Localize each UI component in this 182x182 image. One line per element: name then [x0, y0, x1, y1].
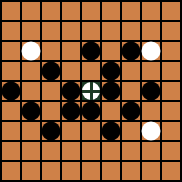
board-cell[interactable] [142, 2, 160, 20]
board-cell[interactable] [102, 122, 120, 140]
board-cell[interactable] [82, 2, 100, 20]
black-stone[interactable] [42, 62, 61, 81]
board-cell[interactable] [62, 42, 80, 60]
board-cell[interactable] [22, 102, 40, 120]
board-cell[interactable] [82, 102, 100, 120]
board-cell[interactable] [42, 162, 60, 180]
black-stone[interactable] [42, 122, 61, 141]
board-cell[interactable] [142, 102, 160, 120]
board-cell[interactable] [162, 122, 180, 140]
board-cell[interactable] [22, 162, 40, 180]
board-cell[interactable] [42, 42, 60, 60]
board-cell[interactable] [42, 102, 60, 120]
board-cell[interactable] [62, 142, 80, 160]
board-cell[interactable] [162, 22, 180, 40]
black-stone[interactable] [102, 62, 121, 81]
board-cell[interactable] [122, 22, 140, 40]
board-cell[interactable] [2, 102, 20, 120]
board-cell[interactable] [122, 62, 140, 80]
board-cell[interactable] [102, 82, 120, 100]
board-cell[interactable] [42, 142, 60, 160]
board-cell[interactable] [42, 2, 60, 20]
board-cell[interactable] [42, 62, 60, 80]
board-cell[interactable] [2, 142, 20, 160]
board-cell[interactable] [82, 42, 100, 60]
board-cell[interactable] [82, 142, 100, 160]
board-cell[interactable] [122, 42, 140, 60]
board-cell[interactable] [162, 62, 180, 80]
board-cell[interactable] [42, 82, 60, 100]
board-cell[interactable] [102, 22, 120, 40]
board-cell[interactable] [22, 122, 40, 140]
black-stone[interactable] [2, 82, 21, 101]
board-cell[interactable] [102, 2, 120, 20]
board-cell[interactable] [2, 22, 20, 40]
board-cell[interactable] [142, 62, 160, 80]
board-cell[interactable] [142, 122, 160, 140]
black-stone[interactable] [82, 42, 101, 61]
board-cell[interactable] [22, 142, 40, 160]
board-cell[interactable] [42, 22, 60, 40]
black-stone[interactable] [102, 82, 121, 101]
board-cell[interactable] [102, 162, 120, 180]
board-cell[interactable] [142, 142, 160, 160]
board-cell[interactable] [62, 62, 80, 80]
board-cell[interactable] [142, 42, 160, 60]
board-cell[interactable] [22, 62, 40, 80]
board-cell[interactable] [102, 102, 120, 120]
board-cell[interactable] [2, 62, 20, 80]
board-cell[interactable] [62, 82, 80, 100]
game-board [0, 0, 182, 182]
board-cell[interactable] [142, 82, 160, 100]
board-cell[interactable] [162, 42, 180, 60]
black-stone[interactable] [62, 102, 81, 121]
board-cell[interactable] [62, 2, 80, 20]
throne-cell[interactable] [82, 82, 100, 100]
board-cell[interactable] [2, 42, 20, 60]
board-cell[interactable] [162, 82, 180, 100]
board-cell[interactable] [2, 2, 20, 20]
board-cell[interactable] [162, 2, 180, 20]
black-stone[interactable] [142, 82, 161, 101]
board-cell[interactable] [142, 22, 160, 40]
black-stone[interactable] [122, 42, 141, 61]
board-cell[interactable] [22, 22, 40, 40]
white-stone[interactable] [142, 122, 161, 141]
board-cell[interactable] [82, 62, 100, 80]
board-cell[interactable] [62, 22, 80, 40]
board-cell[interactable] [42, 122, 60, 140]
board-cell[interactable] [22, 2, 40, 20]
board-cell[interactable] [102, 62, 120, 80]
board-cell[interactable] [122, 142, 140, 160]
board-cell[interactable] [2, 122, 20, 140]
black-stone[interactable] [122, 102, 141, 121]
board-cell[interactable] [82, 122, 100, 140]
white-stone[interactable] [22, 42, 41, 61]
board-cell[interactable] [122, 162, 140, 180]
black-stone[interactable] [82, 102, 101, 121]
board-cell[interactable] [82, 22, 100, 40]
board-cell[interactable] [22, 42, 40, 60]
board-cell[interactable] [2, 82, 20, 100]
board-cell[interactable] [2, 162, 20, 180]
board-cell[interactable] [62, 162, 80, 180]
board-cell[interactable] [102, 142, 120, 160]
black-stone[interactable] [22, 102, 41, 121]
black-stone[interactable] [62, 82, 81, 101]
board-cell[interactable] [82, 162, 100, 180]
board-cell[interactable] [62, 122, 80, 140]
board-cell[interactable] [62, 102, 80, 120]
board-cell[interactable] [122, 82, 140, 100]
board-cell[interactable] [102, 42, 120, 60]
white-stone[interactable] [142, 42, 161, 61]
board-cell[interactable] [162, 102, 180, 120]
board-cell[interactable] [122, 122, 140, 140]
board-cell[interactable] [122, 102, 140, 120]
board-cell[interactable] [122, 2, 140, 20]
board-cell[interactable] [142, 162, 160, 180]
board-cell[interactable] [162, 162, 180, 180]
board-cell[interactable] [22, 82, 40, 100]
black-stone[interactable] [102, 122, 121, 141]
throne-cross-horizontal [82, 90, 100, 93]
board-cell[interactable] [162, 142, 180, 160]
